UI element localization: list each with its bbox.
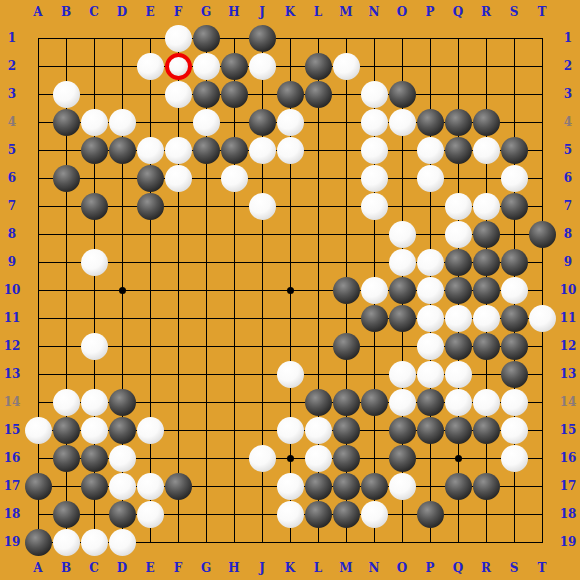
cell-B18[interactable]	[52, 500, 80, 528]
cell-F17[interactable]	[164, 472, 192, 500]
cell-F5[interactable]	[164, 136, 192, 164]
cell-T2[interactable]	[528, 52, 556, 80]
cell-G17[interactable]	[192, 472, 220, 500]
cell-F18[interactable]	[164, 500, 192, 528]
cell-J4[interactable]	[248, 108, 276, 136]
cell-T7[interactable]	[528, 192, 556, 220]
cell-B11[interactable]	[52, 304, 80, 332]
cell-Q8[interactable]	[444, 220, 472, 248]
cell-N2[interactable]	[360, 52, 388, 80]
cell-Q2[interactable]	[444, 52, 472, 80]
cell-D19[interactable]	[108, 528, 136, 556]
cell-T12[interactable]	[528, 332, 556, 360]
cell-L13[interactable]	[304, 360, 332, 388]
cell-A4[interactable]	[24, 108, 52, 136]
cell-O4[interactable]	[388, 108, 416, 136]
cell-C16[interactable]	[80, 444, 108, 472]
cell-S8[interactable]	[500, 220, 528, 248]
cell-P4[interactable]	[416, 108, 444, 136]
cell-E4[interactable]	[136, 108, 164, 136]
cell-H11[interactable]	[220, 304, 248, 332]
cell-K19[interactable]	[276, 528, 304, 556]
cell-J3[interactable]	[248, 80, 276, 108]
cell-B10[interactable]	[52, 276, 80, 304]
cell-O5[interactable]	[388, 136, 416, 164]
cell-R18[interactable]	[472, 500, 500, 528]
cell-P7[interactable]	[416, 192, 444, 220]
cell-C4[interactable]	[80, 108, 108, 136]
cell-L15[interactable]	[304, 416, 332, 444]
cell-Q9[interactable]	[444, 248, 472, 276]
cell-N8[interactable]	[360, 220, 388, 248]
cell-D9[interactable]	[108, 248, 136, 276]
cell-C15[interactable]	[80, 416, 108, 444]
cell-R3[interactable]	[472, 80, 500, 108]
cell-N9[interactable]	[360, 248, 388, 276]
cell-Q7[interactable]	[444, 192, 472, 220]
cell-N10[interactable]	[360, 276, 388, 304]
cell-E3[interactable]	[136, 80, 164, 108]
cell-J15[interactable]	[248, 416, 276, 444]
cell-K14[interactable]	[276, 388, 304, 416]
cell-L2[interactable]	[304, 52, 332, 80]
cell-S15[interactable]	[500, 416, 528, 444]
cell-B6[interactable]	[52, 164, 80, 192]
cell-T14[interactable]	[528, 388, 556, 416]
cell-Q12[interactable]	[444, 332, 472, 360]
cell-S9[interactable]	[500, 248, 528, 276]
cell-E1[interactable]	[136, 24, 164, 52]
cell-P12[interactable]	[416, 332, 444, 360]
cell-S4[interactable]	[500, 108, 528, 136]
cell-C8[interactable]	[80, 220, 108, 248]
cell-G15[interactable]	[192, 416, 220, 444]
cell-Q1[interactable]	[444, 24, 472, 52]
cell-G11[interactable]	[192, 304, 220, 332]
cell-C3[interactable]	[80, 80, 108, 108]
cell-H1[interactable]	[220, 24, 248, 52]
cell-D16[interactable]	[108, 444, 136, 472]
cell-J17[interactable]	[248, 472, 276, 500]
cell-K3[interactable]	[276, 80, 304, 108]
cell-A11[interactable]	[24, 304, 52, 332]
cell-M6[interactable]	[332, 164, 360, 192]
cell-N7[interactable]	[360, 192, 388, 220]
cell-T18[interactable]	[528, 500, 556, 528]
cell-P5[interactable]	[416, 136, 444, 164]
cell-A5[interactable]	[24, 136, 52, 164]
cell-E8[interactable]	[136, 220, 164, 248]
cell-H5[interactable]	[220, 136, 248, 164]
cell-F9[interactable]	[164, 248, 192, 276]
cell-B4[interactable]	[52, 108, 80, 136]
cell-A10[interactable]	[24, 276, 52, 304]
cell-R7[interactable]	[472, 192, 500, 220]
cell-R10[interactable]	[472, 276, 500, 304]
cell-S6[interactable]	[500, 164, 528, 192]
cell-G9[interactable]	[192, 248, 220, 276]
cell-K8[interactable]	[276, 220, 304, 248]
cell-R11[interactable]	[472, 304, 500, 332]
cell-E11[interactable]	[136, 304, 164, 332]
cell-R12[interactable]	[472, 332, 500, 360]
cell-K7[interactable]	[276, 192, 304, 220]
cell-J7[interactable]	[248, 192, 276, 220]
cell-O16[interactable]	[388, 444, 416, 472]
cell-D10[interactable]	[108, 276, 136, 304]
cell-S10[interactable]	[500, 276, 528, 304]
cell-R4[interactable]	[472, 108, 500, 136]
cell-Q17[interactable]	[444, 472, 472, 500]
cell-J14[interactable]	[248, 388, 276, 416]
cell-B19[interactable]	[52, 528, 80, 556]
cell-F3[interactable]	[164, 80, 192, 108]
cell-E15[interactable]	[136, 416, 164, 444]
cell-O17[interactable]	[388, 472, 416, 500]
cell-K13[interactable]	[276, 360, 304, 388]
cell-N18[interactable]	[360, 500, 388, 528]
cell-S11[interactable]	[500, 304, 528, 332]
cell-R8[interactable]	[472, 220, 500, 248]
cell-D1[interactable]	[108, 24, 136, 52]
cell-O10[interactable]	[388, 276, 416, 304]
cell-R9[interactable]	[472, 248, 500, 276]
cell-M2[interactable]	[332, 52, 360, 80]
cell-H17[interactable]	[220, 472, 248, 500]
cell-K11[interactable]	[276, 304, 304, 332]
cell-Q18[interactable]	[444, 500, 472, 528]
cell-J6[interactable]	[248, 164, 276, 192]
cell-C17[interactable]	[80, 472, 108, 500]
cell-L12[interactable]	[304, 332, 332, 360]
cell-O19[interactable]	[388, 528, 416, 556]
cell-D5[interactable]	[108, 136, 136, 164]
cell-S14[interactable]	[500, 388, 528, 416]
cell-J18[interactable]	[248, 500, 276, 528]
cell-E17[interactable]	[136, 472, 164, 500]
cell-P9[interactable]	[416, 248, 444, 276]
cell-O8[interactable]	[388, 220, 416, 248]
cell-M7[interactable]	[332, 192, 360, 220]
cell-C6[interactable]	[80, 164, 108, 192]
cell-F8[interactable]	[164, 220, 192, 248]
cell-G12[interactable]	[192, 332, 220, 360]
cell-R1[interactable]	[472, 24, 500, 52]
cell-E19[interactable]	[136, 528, 164, 556]
cell-H3[interactable]	[220, 80, 248, 108]
cell-G10[interactable]	[192, 276, 220, 304]
cell-A2[interactable]	[24, 52, 52, 80]
cell-N16[interactable]	[360, 444, 388, 472]
cell-H2[interactable]	[220, 52, 248, 80]
cell-A13[interactable]	[24, 360, 52, 388]
cell-F6[interactable]	[164, 164, 192, 192]
cell-J1[interactable]	[248, 24, 276, 52]
cell-L6[interactable]	[304, 164, 332, 192]
cell-H9[interactable]	[220, 248, 248, 276]
cell-M14[interactable]	[332, 388, 360, 416]
cell-S12[interactable]	[500, 332, 528, 360]
cell-T15[interactable]	[528, 416, 556, 444]
cell-G5[interactable]	[192, 136, 220, 164]
cell-P17[interactable]	[416, 472, 444, 500]
cell-Q15[interactable]	[444, 416, 472, 444]
cell-G2[interactable]	[192, 52, 220, 80]
cell-S17[interactable]	[500, 472, 528, 500]
cell-B7[interactable]	[52, 192, 80, 220]
cell-N15[interactable]	[360, 416, 388, 444]
cell-F14[interactable]	[164, 388, 192, 416]
cell-J10[interactable]	[248, 276, 276, 304]
cell-K17[interactable]	[276, 472, 304, 500]
cell-S18[interactable]	[500, 500, 528, 528]
cell-F19[interactable]	[164, 528, 192, 556]
cell-M17[interactable]	[332, 472, 360, 500]
cell-M12[interactable]	[332, 332, 360, 360]
cell-D12[interactable]	[108, 332, 136, 360]
cell-D4[interactable]	[108, 108, 136, 136]
cell-H13[interactable]	[220, 360, 248, 388]
cell-L4[interactable]	[304, 108, 332, 136]
cell-S7[interactable]	[500, 192, 528, 220]
cell-P19[interactable]	[416, 528, 444, 556]
cell-K12[interactable]	[276, 332, 304, 360]
cell-O7[interactable]	[388, 192, 416, 220]
cell-H18[interactable]	[220, 500, 248, 528]
cell-G19[interactable]	[192, 528, 220, 556]
cell-T5[interactable]	[528, 136, 556, 164]
cell-D2[interactable]	[108, 52, 136, 80]
cell-T3[interactable]	[528, 80, 556, 108]
cell-P10[interactable]	[416, 276, 444, 304]
cell-F12[interactable]	[164, 332, 192, 360]
cell-T16[interactable]	[528, 444, 556, 472]
cell-B14[interactable]	[52, 388, 80, 416]
cell-H8[interactable]	[220, 220, 248, 248]
cell-Q5[interactable]	[444, 136, 472, 164]
cell-O15[interactable]	[388, 416, 416, 444]
cell-C10[interactable]	[80, 276, 108, 304]
cell-C9[interactable]	[80, 248, 108, 276]
cell-K15[interactable]	[276, 416, 304, 444]
cell-G13[interactable]	[192, 360, 220, 388]
cell-F4[interactable]	[164, 108, 192, 136]
cell-O12[interactable]	[388, 332, 416, 360]
cell-O11[interactable]	[388, 304, 416, 332]
cell-Q3[interactable]	[444, 80, 472, 108]
cell-F7[interactable]	[164, 192, 192, 220]
cell-P2[interactable]	[416, 52, 444, 80]
cell-J9[interactable]	[248, 248, 276, 276]
cell-L11[interactable]	[304, 304, 332, 332]
cell-C12[interactable]	[80, 332, 108, 360]
cell-L14[interactable]	[304, 388, 332, 416]
cell-Q10[interactable]	[444, 276, 472, 304]
cell-N17[interactable]	[360, 472, 388, 500]
cell-Q16[interactable]	[444, 444, 472, 472]
cell-H10[interactable]	[220, 276, 248, 304]
cell-M4[interactable]	[332, 108, 360, 136]
cell-G3[interactable]	[192, 80, 220, 108]
cell-Q13[interactable]	[444, 360, 472, 388]
cell-D8[interactable]	[108, 220, 136, 248]
cell-A6[interactable]	[24, 164, 52, 192]
cell-B16[interactable]	[52, 444, 80, 472]
cell-D17[interactable]	[108, 472, 136, 500]
cell-M9[interactable]	[332, 248, 360, 276]
cell-N1[interactable]	[360, 24, 388, 52]
cell-J12[interactable]	[248, 332, 276, 360]
cell-C7[interactable]	[80, 192, 108, 220]
cell-Q11[interactable]	[444, 304, 472, 332]
cell-S16[interactable]	[500, 444, 528, 472]
cell-P6[interactable]	[416, 164, 444, 192]
cell-K1[interactable]	[276, 24, 304, 52]
cell-L1[interactable]	[304, 24, 332, 52]
cell-B12[interactable]	[52, 332, 80, 360]
cell-Q19[interactable]	[444, 528, 472, 556]
cell-L3[interactable]	[304, 80, 332, 108]
cell-D15[interactable]	[108, 416, 136, 444]
cell-N3[interactable]	[360, 80, 388, 108]
cell-M5[interactable]	[332, 136, 360, 164]
cell-C14[interactable]	[80, 388, 108, 416]
cell-T8[interactable]	[528, 220, 556, 248]
cell-P8[interactable]	[416, 220, 444, 248]
cell-F13[interactable]	[164, 360, 192, 388]
cell-T9[interactable]	[528, 248, 556, 276]
cell-H12[interactable]	[220, 332, 248, 360]
cell-M8[interactable]	[332, 220, 360, 248]
cell-A17[interactable]	[24, 472, 52, 500]
cell-F16[interactable]	[164, 444, 192, 472]
cell-Q4[interactable]	[444, 108, 472, 136]
cell-C1[interactable]	[80, 24, 108, 52]
cell-D14[interactable]	[108, 388, 136, 416]
cell-H6[interactable]	[220, 164, 248, 192]
cell-P16[interactable]	[416, 444, 444, 472]
cell-H4[interactable]	[220, 108, 248, 136]
cell-M10[interactable]	[332, 276, 360, 304]
cell-K4[interactable]	[276, 108, 304, 136]
cell-T10[interactable]	[528, 276, 556, 304]
cell-N5[interactable]	[360, 136, 388, 164]
cell-E13[interactable]	[136, 360, 164, 388]
cell-J16[interactable]	[248, 444, 276, 472]
cell-G8[interactable]	[192, 220, 220, 248]
cell-A15[interactable]	[24, 416, 52, 444]
cell-T11[interactable]	[528, 304, 556, 332]
cell-L8[interactable]	[304, 220, 332, 248]
cell-E10[interactable]	[136, 276, 164, 304]
cell-H14[interactable]	[220, 388, 248, 416]
cell-M3[interactable]	[332, 80, 360, 108]
cell-G16[interactable]	[192, 444, 220, 472]
cell-B5[interactable]	[52, 136, 80, 164]
cell-L18[interactable]	[304, 500, 332, 528]
cell-E5[interactable]	[136, 136, 164, 164]
cell-R17[interactable]	[472, 472, 500, 500]
cell-F11[interactable]	[164, 304, 192, 332]
cell-A9[interactable]	[24, 248, 52, 276]
cell-N12[interactable]	[360, 332, 388, 360]
cell-B17[interactable]	[52, 472, 80, 500]
cell-H19[interactable]	[220, 528, 248, 556]
cell-L16[interactable]	[304, 444, 332, 472]
cell-O9[interactable]	[388, 248, 416, 276]
cell-P15[interactable]	[416, 416, 444, 444]
cell-C5[interactable]	[80, 136, 108, 164]
cell-R16[interactable]	[472, 444, 500, 472]
cell-C2[interactable]	[80, 52, 108, 80]
cell-A3[interactable]	[24, 80, 52, 108]
cell-P18[interactable]	[416, 500, 444, 528]
cell-E18[interactable]	[136, 500, 164, 528]
cell-O14[interactable]	[388, 388, 416, 416]
cell-J11[interactable]	[248, 304, 276, 332]
cell-M19[interactable]	[332, 528, 360, 556]
cell-T1[interactable]	[528, 24, 556, 52]
cell-A19[interactable]	[24, 528, 52, 556]
cell-D3[interactable]	[108, 80, 136, 108]
cell-L17[interactable]	[304, 472, 332, 500]
cell-J5[interactable]	[248, 136, 276, 164]
cell-E2[interactable]	[136, 52, 164, 80]
cell-S19[interactable]	[500, 528, 528, 556]
cell-T13[interactable]	[528, 360, 556, 388]
cell-S5[interactable]	[500, 136, 528, 164]
cell-S2[interactable]	[500, 52, 528, 80]
cell-D6[interactable]	[108, 164, 136, 192]
cell-E12[interactable]	[136, 332, 164, 360]
cell-J19[interactable]	[248, 528, 276, 556]
cell-L19[interactable]	[304, 528, 332, 556]
cell-R2[interactable]	[472, 52, 500, 80]
cell-J13[interactable]	[248, 360, 276, 388]
cell-E16[interactable]	[136, 444, 164, 472]
cell-N11[interactable]	[360, 304, 388, 332]
cell-N19[interactable]	[360, 528, 388, 556]
cell-R15[interactable]	[472, 416, 500, 444]
cell-Q14[interactable]	[444, 388, 472, 416]
cell-H15[interactable]	[220, 416, 248, 444]
cell-R6[interactable]	[472, 164, 500, 192]
cell-F1[interactable]	[164, 24, 192, 52]
cell-T4[interactable]	[528, 108, 556, 136]
cell-O3[interactable]	[388, 80, 416, 108]
cell-R5[interactable]	[472, 136, 500, 164]
cell-N13[interactable]	[360, 360, 388, 388]
cell-D18[interactable]	[108, 500, 136, 528]
cell-L10[interactable]	[304, 276, 332, 304]
cell-K6[interactable]	[276, 164, 304, 192]
cell-O1[interactable]	[388, 24, 416, 52]
cell-A12[interactable]	[24, 332, 52, 360]
cell-O6[interactable]	[388, 164, 416, 192]
cell-T6[interactable]	[528, 164, 556, 192]
cell-M13[interactable]	[332, 360, 360, 388]
cell-O18[interactable]	[388, 500, 416, 528]
cell-D13[interactable]	[108, 360, 136, 388]
cell-B2[interactable]	[52, 52, 80, 80]
cell-K2[interactable]	[276, 52, 304, 80]
cell-L5[interactable]	[304, 136, 332, 164]
cell-T17[interactable]	[528, 472, 556, 500]
cell-D11[interactable]	[108, 304, 136, 332]
cell-K16[interactable]	[276, 444, 304, 472]
cell-D7[interactable]	[108, 192, 136, 220]
cell-M1[interactable]	[332, 24, 360, 52]
